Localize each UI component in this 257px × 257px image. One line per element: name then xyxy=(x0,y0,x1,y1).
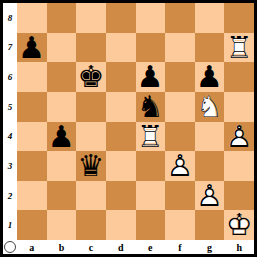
square-c4[interactable] xyxy=(76,122,106,152)
square-b7[interactable] xyxy=(47,33,77,63)
square-d1[interactable] xyxy=(106,210,136,240)
piece-fill-layer: ♟ xyxy=(137,62,164,92)
rank-label-6: 6 xyxy=(3,62,17,92)
piece-black-king: ♚ xyxy=(76,62,106,92)
square-h2[interactable] xyxy=(224,181,254,211)
piece-outline-layer: ♘ xyxy=(196,92,223,122)
piece-outline-layer: ♔ xyxy=(226,210,253,240)
piece-black-knight: ♞ xyxy=(136,92,166,122)
square-g2[interactable]: ♟♙ xyxy=(195,181,225,211)
square-h7[interactable]: ♜♖ xyxy=(224,33,254,63)
square-g4[interactable] xyxy=(195,122,225,152)
square-e8[interactable] xyxy=(136,3,166,33)
square-b8[interactable] xyxy=(47,3,77,33)
square-a2[interactable] xyxy=(17,181,47,211)
square-f4[interactable] xyxy=(165,122,195,152)
piece-fill-layer: ♟ xyxy=(196,62,223,92)
piece-outline-layer: ♙ xyxy=(196,181,223,211)
piece-white-king: ♚♔ xyxy=(224,210,254,240)
piece-outline-layer: ♙ xyxy=(166,151,193,181)
square-d4[interactable] xyxy=(106,122,136,152)
piece-fill-layer: ♟ xyxy=(18,33,45,63)
piece-fill-layer: ♟ xyxy=(48,122,75,152)
square-g8[interactable] xyxy=(195,3,225,33)
rank-label-3: 3 xyxy=(3,151,17,181)
square-a8[interactable] xyxy=(17,3,47,33)
piece-white-pawn: ♟♙ xyxy=(224,122,254,152)
file-label-g: g xyxy=(195,240,225,254)
square-h3[interactable] xyxy=(224,151,254,181)
piece-fill-layer: ♛ xyxy=(78,151,105,181)
square-h4[interactable]: ♟♙ xyxy=(224,122,254,152)
rank-label-4: 4 xyxy=(3,122,17,152)
square-h1[interactable]: ♚♔ xyxy=(224,210,254,240)
piece-white-rook: ♜♖ xyxy=(224,33,254,63)
square-b3[interactable] xyxy=(47,151,77,181)
rank-label-8: 8 xyxy=(3,3,17,33)
square-e5[interactable]: ♞ xyxy=(136,92,166,122)
corner-area xyxy=(3,240,17,254)
square-g7[interactable] xyxy=(195,33,225,63)
square-e3[interactable] xyxy=(136,151,166,181)
piece-white-rook: ♜♖ xyxy=(136,122,166,152)
square-f8[interactable] xyxy=(165,3,195,33)
piece-black-queen: ♛ xyxy=(76,151,106,181)
piece-white-pawn: ♟♙ xyxy=(165,151,195,181)
square-a4[interactable] xyxy=(17,122,47,152)
square-b4[interactable]: ♟ xyxy=(47,122,77,152)
rank-labels: 87654321 xyxy=(3,3,17,240)
chess-diagram: 87654321 ♟♜♖♚♟♟♞♞♘♟♜♖♟♙♛♟♙♟♙♚♔ abcdefgh xyxy=(0,0,257,257)
square-e6[interactable]: ♟ xyxy=(136,62,166,92)
square-a6[interactable] xyxy=(17,62,47,92)
square-c3[interactable]: ♛ xyxy=(76,151,106,181)
piece-black-pawn: ♟ xyxy=(136,62,166,92)
square-f1[interactable] xyxy=(165,210,195,240)
piece-white-pawn: ♟♙ xyxy=(195,181,225,211)
square-e2[interactable] xyxy=(136,181,166,211)
piece-white-knight: ♞♘ xyxy=(195,92,225,122)
square-f2[interactable] xyxy=(165,181,195,211)
piece-black-pawn: ♟ xyxy=(47,122,77,152)
square-h8[interactable] xyxy=(224,3,254,33)
file-labels: abcdefgh xyxy=(17,240,254,254)
file-label-e: e xyxy=(136,240,166,254)
square-a3[interactable] xyxy=(17,151,47,181)
piece-outline-layer: ♖ xyxy=(137,122,164,152)
square-f3[interactable]: ♟♙ xyxy=(165,151,195,181)
file-label-d: d xyxy=(106,240,136,254)
file-label-b: b xyxy=(47,240,77,254)
square-b1[interactable] xyxy=(47,210,77,240)
piece-fill-layer: ♚ xyxy=(78,62,105,92)
file-label-c: c xyxy=(76,240,106,254)
piece-fill-layer: ♞ xyxy=(137,92,164,122)
square-d7[interactable] xyxy=(106,33,136,63)
square-d6[interactable] xyxy=(106,62,136,92)
square-e7[interactable] xyxy=(136,33,166,63)
square-d2[interactable] xyxy=(106,181,136,211)
square-d5[interactable] xyxy=(106,92,136,122)
square-a1[interactable] xyxy=(17,210,47,240)
square-c7[interactable] xyxy=(76,33,106,63)
rank-label-1: 1 xyxy=(3,210,17,240)
piece-black-pawn: ♟ xyxy=(17,33,47,63)
rank-label-7: 7 xyxy=(3,33,17,63)
file-label-f: f xyxy=(165,240,195,254)
piece-outline-layer: ♖ xyxy=(226,33,253,63)
square-d8[interactable] xyxy=(106,3,136,33)
square-c6[interactable]: ♚ xyxy=(76,62,106,92)
square-b6[interactable] xyxy=(47,62,77,92)
square-e1[interactable] xyxy=(136,210,166,240)
side-to-move-indicator xyxy=(4,241,16,253)
square-c1[interactable] xyxy=(76,210,106,240)
piece-black-pawn: ♟ xyxy=(195,62,225,92)
rank-label-2: 2 xyxy=(3,181,17,211)
square-h6[interactable] xyxy=(224,62,254,92)
square-g6[interactable]: ♟ xyxy=(195,62,225,92)
square-b2[interactable] xyxy=(47,181,77,211)
square-b5[interactable] xyxy=(47,92,77,122)
chess-board: ♟♜♖♚♟♟♞♞♘♟♜♖♟♙♛♟♙♟♙♚♔ xyxy=(17,3,254,240)
square-f6[interactable] xyxy=(165,62,195,92)
square-c8[interactable] xyxy=(76,3,106,33)
square-g3[interactable] xyxy=(195,151,225,181)
square-g1[interactable] xyxy=(195,210,225,240)
file-label-a: a xyxy=(17,240,47,254)
square-a7[interactable]: ♟ xyxy=(17,33,47,63)
rank-label-5: 5 xyxy=(3,92,17,122)
square-e4[interactable]: ♜♖ xyxy=(136,122,166,152)
square-c5[interactable] xyxy=(76,92,106,122)
square-f5[interactable] xyxy=(165,92,195,122)
piece-outline-layer: ♙ xyxy=(226,122,253,152)
square-a5[interactable] xyxy=(17,92,47,122)
square-d3[interactable] xyxy=(106,151,136,181)
square-f7[interactable] xyxy=(165,33,195,63)
square-h5[interactable] xyxy=(224,92,254,122)
square-c2[interactable] xyxy=(76,181,106,211)
file-label-h: h xyxy=(224,240,254,254)
square-g5[interactable]: ♞♘ xyxy=(195,92,225,122)
